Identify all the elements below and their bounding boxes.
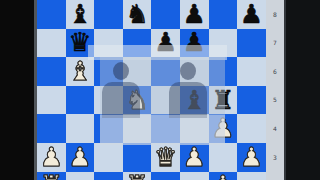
rank-coordinate-strip: 87654321: [266, 0, 286, 180]
rank-label-8: 8: [266, 11, 284, 19]
white-pawn[interactable]: ♟: [40, 144, 63, 170]
square-e4[interactable]: [151, 114, 180, 143]
square-d4[interactable]: [123, 114, 152, 143]
rank-label-6: 6: [266, 68, 284, 76]
black-pawn[interactable]: ♟: [183, 1, 206, 27]
square-f6[interactable]: [180, 57, 209, 86]
square-a3[interactable]: ♟: [37, 143, 66, 172]
square-b3[interactable]: ♟: [66, 143, 95, 172]
white-pawn[interactable]: ♟: [211, 172, 234, 180]
square-d5[interactable]: ♞: [123, 86, 152, 115]
black-bishop[interactable]: ♝: [68, 1, 91, 27]
square-g3[interactable]: [209, 143, 238, 172]
square-e7[interactable]: ♟: [151, 29, 180, 58]
square-h8[interactable]: ♟: [237, 0, 266, 29]
white-queen[interactable]: ♛: [154, 144, 177, 170]
square-c8[interactable]: [94, 0, 123, 29]
white-bishop[interactable]: ♝: [68, 58, 91, 84]
square-d2[interactable]: ♜: [123, 172, 152, 180]
black-pawn[interactable]: ♟: [183, 29, 206, 55]
white-knight[interactable]: ♞: [125, 87, 148, 113]
square-e3[interactable]: ♛: [151, 143, 180, 172]
square-d8[interactable]: ♞: [123, 0, 152, 29]
square-f8[interactable]: ♟: [180, 0, 209, 29]
square-c3[interactable]: [94, 143, 123, 172]
black-queen[interactable]: ♛: [68, 29, 91, 55]
square-e2[interactable]: [151, 172, 180, 180]
square-d7[interactable]: [123, 29, 152, 58]
square-b2[interactable]: [66, 172, 95, 180]
square-g2[interactable]: ♟: [209, 172, 238, 180]
square-c4[interactable]: [94, 114, 123, 143]
rank-label-4: 4: [266, 125, 284, 133]
white-pawn[interactable]: ♟: [211, 115, 234, 141]
square-e5[interactable]: [151, 86, 180, 115]
black-pawn[interactable]: ♟: [154, 29, 177, 55]
square-a8[interactable]: [37, 0, 66, 29]
square-b5[interactable]: [66, 86, 95, 115]
rank-label-3: 3: [266, 154, 284, 162]
square-h7[interactable]: [237, 29, 266, 58]
square-c6[interactable]: [94, 57, 123, 86]
square-f4[interactable]: [180, 114, 209, 143]
black-knight[interactable]: ♞: [125, 1, 148, 27]
square-b8[interactable]: ♝: [66, 0, 95, 29]
square-h5[interactable]: [237, 86, 266, 115]
black-pawn[interactable]: ♟: [240, 1, 263, 27]
square-c7[interactable]: [94, 29, 123, 58]
rank-label-5: 5: [266, 96, 284, 104]
square-f7[interactable]: ♟: [180, 29, 209, 58]
square-g4[interactable]: ♟: [209, 114, 238, 143]
square-d6[interactable]: [123, 57, 152, 86]
white-rook[interactable]: ♜: [40, 172, 63, 180]
square-b4[interactable]: [66, 114, 95, 143]
square-a5[interactable]: [37, 86, 66, 115]
square-a4[interactable]: [37, 114, 66, 143]
white-pawn[interactable]: ♟: [68, 144, 91, 170]
square-c5[interactable]: [94, 86, 123, 115]
rank-label-7: 7: [266, 39, 284, 47]
right-black-band: [286, 0, 320, 180]
square-f5[interactable]: ♝: [180, 86, 209, 115]
square-h4[interactable]: [237, 114, 266, 143]
square-f2[interactable]: [180, 172, 209, 180]
white-rook[interactable]: ♜: [125, 172, 148, 180]
left-black-band: [0, 0, 34, 180]
square-a2[interactable]: ♜: [37, 172, 66, 180]
black-bishop[interactable]: ♝: [183, 87, 206, 113]
square-f3[interactable]: ♟: [180, 143, 209, 172]
square-b6[interactable]: ♝: [66, 57, 95, 86]
square-e8[interactable]: [151, 0, 180, 29]
square-e6[interactable]: [151, 57, 180, 86]
board[interactable]: ♝♞♟♟♛♟♟♝♞♝♜♟♟♟♛♟♟♜♜♟: [37, 0, 266, 180]
square-h3[interactable]: ♟: [237, 143, 266, 172]
square-h6[interactable]: [237, 57, 266, 86]
white-pawn[interactable]: ♟: [183, 144, 206, 170]
square-d3[interactable]: [123, 143, 152, 172]
square-h2[interactable]: [237, 172, 266, 180]
square-b7[interactable]: ♛: [66, 29, 95, 58]
square-c2[interactable]: [94, 172, 123, 180]
square-a6[interactable]: [37, 57, 66, 86]
square-g8[interactable]: [209, 0, 238, 29]
square-g6[interactable]: [209, 57, 238, 86]
white-pawn[interactable]: ♟: [240, 144, 263, 170]
square-g7[interactable]: [209, 29, 238, 58]
square-a7[interactable]: [37, 29, 66, 58]
black-rook[interactable]: ♜: [211, 87, 234, 113]
square-g5[interactable]: ♜: [209, 86, 238, 115]
